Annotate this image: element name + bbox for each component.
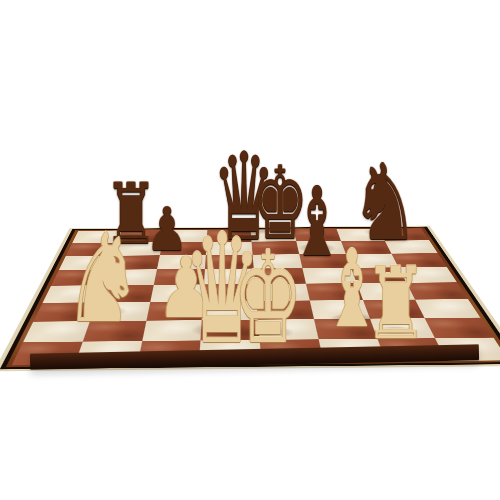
square-h2[interactable] [425, 317, 494, 338]
white-king-e1[interactable]: ♚ [233, 235, 304, 362]
chess-photo: ♛♚♞♜♟♝♟♞♝♜♛♚ r2qk2n/1p3b2/8/8/8/8/N1P3B1… [0, 0, 500, 500]
white-knight-a2[interactable]: ♞ [63, 217, 142, 340]
white-rook-h1[interactable]: ♜ [364, 254, 428, 353]
